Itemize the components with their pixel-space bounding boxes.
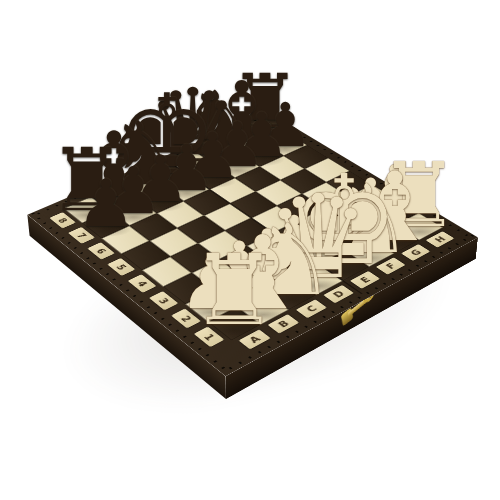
rank-label: 6	[87, 242, 115, 259]
clasp-hook	[362, 285, 376, 305]
scene: ABCDEFGH 87654321	[0, 0, 500, 500]
rank-label-text: 5	[113, 262, 129, 271]
rank-label: 8	[49, 212, 76, 228]
rank-label-cell: 5	[101, 254, 142, 280]
rank-label-text: 2	[178, 313, 194, 323]
rank-label-text: 1	[201, 332, 218, 342]
file-label-cell: B	[261, 310, 307, 338]
product-photo-stage: ABCDEFGH 87654321 ♜♝♞♚♛♞♝♜♟♟♟♟♟♟♟♟♟♟♟♟♟♟…	[0, 0, 500, 500]
rank-label-text: 3	[156, 296, 172, 306]
rank-label: 7	[68, 227, 95, 244]
rank-label-text: 8	[55, 216, 70, 224]
rank-label-text: 6	[93, 247, 109, 256]
chess-board: ABCDEFGH 87654321	[27, 112, 478, 377]
rank-label-text: 4	[134, 279, 150, 288]
rank-label-text: 7	[74, 231, 89, 239]
rank-label: 3	[149, 291, 178, 310]
